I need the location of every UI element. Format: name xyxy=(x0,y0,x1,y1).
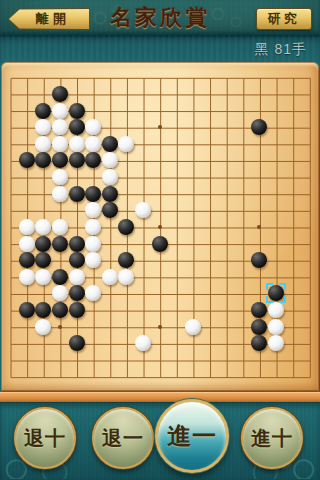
board-point xyxy=(118,219,135,236)
stone-black xyxy=(69,302,85,318)
board-point xyxy=(118,318,135,335)
board-point xyxy=(234,136,251,153)
board-point xyxy=(201,368,218,385)
board-point xyxy=(52,335,69,352)
board-point xyxy=(268,202,285,219)
board-point xyxy=(118,102,135,119)
board-point xyxy=(268,352,285,369)
board-point xyxy=(85,368,102,385)
board-point xyxy=(301,352,318,369)
board-point xyxy=(284,318,301,335)
app-title: 名家欣賞 xyxy=(110,3,210,33)
stone-black xyxy=(69,103,85,119)
stone-black xyxy=(69,119,85,135)
board-point xyxy=(301,119,318,136)
board-point xyxy=(201,119,218,136)
board-point xyxy=(151,235,168,252)
board-point xyxy=(268,219,285,236)
board-point xyxy=(301,136,318,153)
board-point xyxy=(101,335,118,352)
board-point xyxy=(185,335,202,352)
board-point xyxy=(218,302,235,319)
board-point xyxy=(185,152,202,169)
board-point xyxy=(251,235,268,252)
board-point xyxy=(2,169,19,186)
board-point xyxy=(68,69,85,86)
board-point xyxy=(151,102,168,119)
board-point xyxy=(201,352,218,369)
board-point xyxy=(101,269,118,286)
board-point xyxy=(18,136,35,153)
board-point xyxy=(118,152,135,169)
board-point xyxy=(85,86,102,103)
board-point xyxy=(234,185,251,202)
board-point xyxy=(118,202,135,219)
board-point xyxy=(251,318,268,335)
board-point xyxy=(101,69,118,86)
board-point xyxy=(234,152,251,169)
board-point xyxy=(151,318,168,335)
board-point xyxy=(18,235,35,252)
board-point xyxy=(101,136,118,153)
board-point xyxy=(284,152,301,169)
stone-white xyxy=(69,136,85,152)
board-point xyxy=(135,285,152,302)
stone-white xyxy=(35,136,51,152)
board-point xyxy=(101,169,118,186)
board-point xyxy=(268,318,285,335)
board-point xyxy=(151,252,168,269)
board-point xyxy=(185,219,202,236)
stone-white xyxy=(35,319,51,335)
board-point xyxy=(268,169,285,186)
board-point xyxy=(201,285,218,302)
board-point xyxy=(201,169,218,186)
board-point xyxy=(284,368,301,385)
board-point xyxy=(268,235,285,252)
board-point xyxy=(218,252,235,269)
board-point xyxy=(168,352,185,369)
board-point xyxy=(218,185,235,202)
study-button[interactable]: 研究 xyxy=(256,8,312,30)
forward-one-button[interactable]: 進一 xyxy=(155,399,229,473)
board-point xyxy=(85,102,102,119)
board-point xyxy=(284,202,301,219)
stone-white xyxy=(268,335,284,351)
board-point xyxy=(234,302,251,319)
board-point xyxy=(284,119,301,136)
board-point xyxy=(185,169,202,186)
board-point xyxy=(85,335,102,352)
board-point xyxy=(85,202,102,219)
board-point xyxy=(68,119,85,136)
board-point xyxy=(18,335,35,352)
board-point xyxy=(185,119,202,136)
board-point xyxy=(185,318,202,335)
board-point xyxy=(218,318,235,335)
board-point xyxy=(284,69,301,86)
stone-white xyxy=(102,269,118,285)
board-point xyxy=(52,136,69,153)
stone-white xyxy=(52,103,68,119)
board-point xyxy=(52,202,69,219)
board-point xyxy=(85,235,102,252)
board-point xyxy=(168,185,185,202)
board-point xyxy=(68,335,85,352)
board-point xyxy=(18,69,35,86)
board-point xyxy=(52,119,69,136)
board-point xyxy=(35,318,52,335)
board-point xyxy=(151,69,168,86)
stone-white xyxy=(52,186,68,202)
board-point xyxy=(2,86,19,103)
board-point xyxy=(301,368,318,385)
board-point xyxy=(35,352,52,369)
board-point xyxy=(284,219,301,236)
stone-black xyxy=(69,335,85,351)
board-point xyxy=(301,318,318,335)
stone-white xyxy=(268,302,284,318)
board-point xyxy=(135,86,152,103)
board-point xyxy=(135,368,152,385)
board-point xyxy=(234,252,251,269)
board-point xyxy=(85,269,102,286)
stone-black xyxy=(251,302,267,318)
stone-black xyxy=(251,252,267,268)
board-point xyxy=(268,102,285,119)
board-point xyxy=(201,102,218,119)
board-point xyxy=(168,202,185,219)
board-point xyxy=(201,202,218,219)
board-point xyxy=(101,86,118,103)
board-point xyxy=(18,102,35,119)
board-point xyxy=(234,69,251,86)
board-point xyxy=(135,102,152,119)
stone-black xyxy=(35,103,51,119)
board-point xyxy=(251,252,268,269)
board-point xyxy=(234,169,251,186)
stone-white xyxy=(185,319,201,335)
board-point xyxy=(168,136,185,153)
board-point xyxy=(201,235,218,252)
board-point xyxy=(135,119,152,136)
board-point xyxy=(18,119,35,136)
board-point xyxy=(85,318,102,335)
board-point xyxy=(35,86,52,103)
go-board[interactable] xyxy=(1,62,319,391)
board-point xyxy=(35,252,52,269)
board-point xyxy=(118,69,135,86)
board-point xyxy=(201,335,218,352)
board-point xyxy=(301,169,318,186)
board-point xyxy=(135,302,152,319)
board-point xyxy=(234,235,251,252)
board-point xyxy=(2,185,19,202)
stone-white xyxy=(85,236,101,252)
stone-black xyxy=(251,335,267,351)
board-point xyxy=(301,152,318,169)
board-point xyxy=(35,152,52,169)
board-point xyxy=(151,136,168,153)
board-point xyxy=(301,185,318,202)
board-point xyxy=(18,219,35,236)
stone-black xyxy=(118,252,134,268)
board-point xyxy=(301,202,318,219)
board-point xyxy=(301,69,318,86)
stone-black xyxy=(152,236,168,252)
star-point xyxy=(158,225,162,229)
board-point xyxy=(168,219,185,236)
board-point xyxy=(68,235,85,252)
stone-white xyxy=(52,285,68,301)
board-point xyxy=(284,169,301,186)
board-point xyxy=(101,119,118,136)
board-point xyxy=(185,136,202,153)
board-point xyxy=(101,219,118,236)
board-point xyxy=(268,119,285,136)
stone-black xyxy=(102,202,118,218)
board-point xyxy=(35,102,52,119)
board-point xyxy=(251,368,268,385)
board-point xyxy=(2,285,19,302)
board-point xyxy=(85,285,102,302)
board-point xyxy=(85,169,102,186)
board-point xyxy=(101,302,118,319)
board-point xyxy=(185,269,202,286)
board-point xyxy=(168,86,185,103)
stone-black xyxy=(251,119,267,135)
board-point xyxy=(35,136,52,153)
board-point xyxy=(118,169,135,186)
board-point xyxy=(68,252,85,269)
board-point xyxy=(68,136,85,153)
board-point xyxy=(68,169,85,186)
board-point xyxy=(284,335,301,352)
stone-white xyxy=(85,285,101,301)
board-point xyxy=(218,335,235,352)
stone-black xyxy=(52,152,68,168)
board-point xyxy=(68,102,85,119)
star-point xyxy=(158,125,162,129)
board-point xyxy=(2,219,19,236)
board-point xyxy=(52,152,69,169)
stone-black xyxy=(85,152,101,168)
board-point xyxy=(151,219,168,236)
board-point xyxy=(218,86,235,103)
board-point xyxy=(52,185,69,202)
board-point xyxy=(301,285,318,302)
board-point xyxy=(52,368,69,385)
board-point xyxy=(168,69,185,86)
board-point xyxy=(35,302,52,319)
leave-button[interactable]: 離開 xyxy=(8,8,90,30)
stone-black xyxy=(52,302,68,318)
board-point xyxy=(251,69,268,86)
stone-black xyxy=(69,285,85,301)
board-point xyxy=(234,119,251,136)
stone-white xyxy=(118,136,134,152)
stone-white xyxy=(52,219,68,235)
board-point xyxy=(101,185,118,202)
board-point xyxy=(251,202,268,219)
board-point xyxy=(185,102,202,119)
stone-white xyxy=(102,152,118,168)
board-point xyxy=(168,169,185,186)
board-point xyxy=(218,152,235,169)
board-point xyxy=(301,219,318,236)
board-point xyxy=(118,302,135,319)
board-point xyxy=(301,335,318,352)
board-point xyxy=(151,285,168,302)
board-point xyxy=(201,318,218,335)
board-point xyxy=(251,185,268,202)
board-point xyxy=(35,235,52,252)
board-point xyxy=(52,352,69,369)
board-point xyxy=(218,219,235,236)
board-point xyxy=(251,119,268,136)
board-point xyxy=(185,252,202,269)
star-point xyxy=(158,325,162,329)
board-point xyxy=(301,252,318,269)
board-point xyxy=(234,102,251,119)
board-point xyxy=(2,252,19,269)
board-point xyxy=(284,86,301,103)
board-point xyxy=(118,352,135,369)
board-point xyxy=(2,235,19,252)
stone-black xyxy=(69,252,85,268)
stone-black xyxy=(102,186,118,202)
board-point xyxy=(251,86,268,103)
stone-white xyxy=(135,335,151,351)
board-point xyxy=(218,368,235,385)
stone-white xyxy=(85,252,101,268)
stone-black xyxy=(19,302,35,318)
board-point xyxy=(101,368,118,385)
forward-ten-button[interactable]: 進十 xyxy=(241,407,303,469)
board-point xyxy=(218,202,235,219)
board-point xyxy=(151,302,168,319)
board-point xyxy=(101,235,118,252)
board-point xyxy=(284,302,301,319)
board-point xyxy=(101,352,118,369)
board-point xyxy=(135,235,152,252)
board-point xyxy=(2,318,19,335)
stone-black xyxy=(35,236,51,252)
board-point xyxy=(68,368,85,385)
board-point xyxy=(201,86,218,103)
stone-black xyxy=(69,152,85,168)
stone-black xyxy=(52,269,68,285)
board-point xyxy=(52,235,69,252)
board-point xyxy=(135,252,152,269)
board-point xyxy=(101,285,118,302)
board-point xyxy=(251,352,268,369)
back-ten-button[interactable]: 退十 xyxy=(14,407,76,469)
board-point xyxy=(118,86,135,103)
board-point xyxy=(52,252,69,269)
board-point xyxy=(168,269,185,286)
board-point xyxy=(151,335,168,352)
board-point xyxy=(18,352,35,369)
board-point xyxy=(201,252,218,269)
board-point xyxy=(268,285,285,302)
board-point xyxy=(68,86,85,103)
board-point xyxy=(151,86,168,103)
board-point xyxy=(234,219,251,236)
board-point xyxy=(2,269,19,286)
board-point xyxy=(151,119,168,136)
board-point xyxy=(301,102,318,119)
board-point xyxy=(168,335,185,352)
board-point xyxy=(284,285,301,302)
board-point xyxy=(251,102,268,119)
board-point xyxy=(35,285,52,302)
board-point xyxy=(85,119,102,136)
board-point xyxy=(185,302,202,319)
board-point xyxy=(218,352,235,369)
board-point xyxy=(2,69,19,86)
board-point xyxy=(2,368,19,385)
stone-black xyxy=(35,252,51,268)
board-point xyxy=(185,86,202,103)
board-point xyxy=(85,152,102,169)
stone-black xyxy=(52,86,68,102)
board-point xyxy=(218,136,235,153)
board-point xyxy=(185,352,202,369)
board-point xyxy=(168,102,185,119)
stone-white xyxy=(118,269,134,285)
board-point xyxy=(168,318,185,335)
board-point xyxy=(118,285,135,302)
board-point xyxy=(268,152,285,169)
board-point xyxy=(268,302,285,319)
board-point xyxy=(234,368,251,385)
board-point xyxy=(168,252,185,269)
stone-white xyxy=(268,319,284,335)
board-point xyxy=(18,318,35,335)
back-one-button[interactable]: 退一 xyxy=(92,407,154,469)
board-edge xyxy=(0,391,320,403)
board-point xyxy=(234,285,251,302)
stone-grid xyxy=(2,69,318,385)
stone-white xyxy=(19,219,35,235)
board-point xyxy=(18,185,35,202)
board-point xyxy=(251,152,268,169)
board-point xyxy=(284,269,301,286)
board-point xyxy=(301,269,318,286)
board-point xyxy=(251,219,268,236)
stone-white xyxy=(19,236,35,252)
board-point xyxy=(201,152,218,169)
board-point xyxy=(18,202,35,219)
stone-black xyxy=(35,302,51,318)
board-point xyxy=(284,102,301,119)
board-point xyxy=(168,368,185,385)
board-point xyxy=(168,302,185,319)
stone-white xyxy=(52,119,68,135)
board-point xyxy=(35,185,52,202)
status-bar: 黑 81手 xyxy=(0,34,320,62)
board-point xyxy=(284,252,301,269)
stone-white xyxy=(35,219,51,235)
board-point xyxy=(151,185,168,202)
stone-white xyxy=(85,136,101,152)
stone-white xyxy=(69,269,85,285)
board-point xyxy=(218,235,235,252)
board-point xyxy=(251,169,268,186)
board-point xyxy=(185,185,202,202)
stone-white xyxy=(19,269,35,285)
